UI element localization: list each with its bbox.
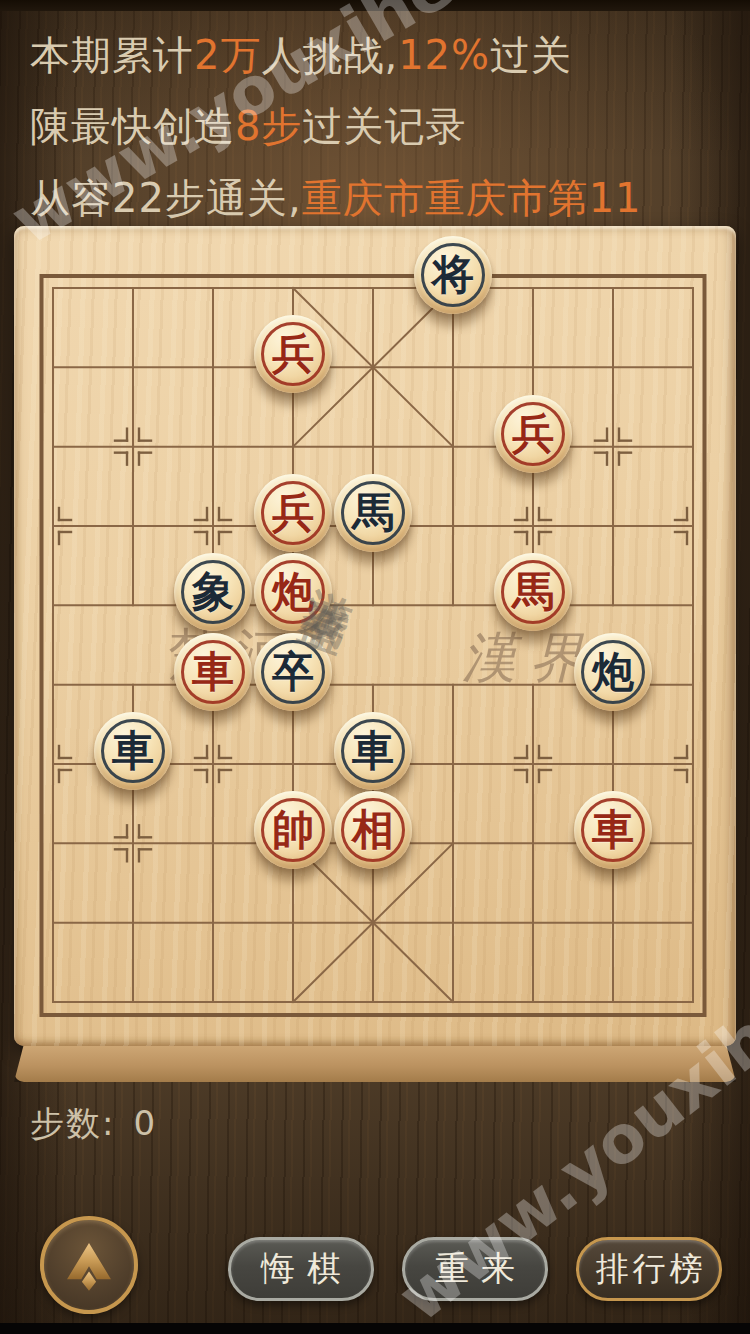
challenge-stats-line: 本期累计2万人挑战,12%过关	[30, 28, 572, 83]
piece-glyph: 車	[192, 651, 234, 693]
piece-black-horse[interactable]: 馬	[334, 474, 412, 552]
piece-red-soldier-1[interactable]: 兵	[254, 315, 332, 393]
record-stats-line: 陳最快创造8步过关记录	[30, 99, 466, 154]
piece-glyph: 相	[352, 809, 394, 851]
piece-black-elephant[interactable]: 象	[174, 553, 252, 631]
piece-glyph: 象	[192, 571, 234, 613]
piece-red-elephant[interactable]: 相	[334, 791, 412, 869]
piece-red-chariot-1[interactable]: 車	[174, 633, 252, 711]
restart-button[interactable]: 重来	[402, 1237, 548, 1301]
record-steps-highlight: 8步	[235, 103, 302, 149]
piece-red-soldier-3[interactable]: 兵	[254, 474, 332, 552]
piece-red-chariot-2[interactable]: 車	[574, 791, 652, 869]
latest-pass-line: 从容22步通关,重庆市重庆市第11	[30, 171, 642, 226]
pass-text: 从容22步通关,	[30, 175, 302, 221]
piece-glyph: 車	[112, 730, 154, 772]
piece-black-chariot-1[interactable]: 車	[94, 712, 172, 790]
piece-red-cannon[interactable]: 炮	[254, 553, 332, 631]
piece-glyph: 車	[352, 730, 394, 772]
piece-black-soldier[interactable]: 卒	[254, 633, 332, 711]
undo-button[interactable]: 悔棋	[228, 1237, 374, 1301]
move-counter-value: 0	[133, 1103, 157, 1143]
gold-arrow-button[interactable]	[40, 1216, 138, 1314]
piece-glyph: 馬	[512, 571, 554, 613]
bottom-black-bar	[0, 1323, 750, 1334]
piece-glyph: 卒	[272, 651, 314, 693]
move-counter-label: 步数:	[30, 1103, 115, 1143]
stats-count-highlight: 2万	[194, 32, 261, 78]
piece-glyph: 炮	[592, 651, 634, 693]
up-arrow-icon	[58, 1234, 120, 1296]
piece-red-general[interactable]: 帥	[254, 791, 332, 869]
piece-black-chariot-2[interactable]: 車	[334, 712, 412, 790]
record-text: 过关记录	[302, 103, 466, 149]
piece-red-soldier-2[interactable]: 兵	[494, 395, 572, 473]
stats-text: 人挑战,	[261, 32, 398, 78]
leaderboard-button[interactable]: 排行榜	[576, 1237, 722, 1301]
piece-glyph: 将	[432, 254, 474, 296]
piece-glyph: 兵	[272, 333, 314, 375]
pass-city-highlight: 重庆市重庆市第11	[302, 175, 642, 221]
piece-glyph: 車	[592, 809, 634, 851]
board-bottom-bevel	[14, 1046, 736, 1082]
piece-glyph: 馬	[352, 492, 394, 534]
stats-percent-highlight: 12%	[398, 32, 490, 78]
piece-black-general[interactable]: 将	[414, 236, 492, 314]
app-screen: 本期累计2万人挑战,12%过关 陳最快创造8步过关记录 从容22步通关,重庆市重…	[0, 0, 750, 1334]
piece-glyph: 帥	[272, 809, 314, 851]
piece-red-horse[interactable]: 馬	[494, 553, 572, 631]
stats-text: 过关	[490, 32, 572, 78]
piece-glyph: 兵	[272, 492, 314, 534]
piece-black-cannon[interactable]: 炮	[574, 633, 652, 711]
piece-glyph: 兵	[512, 413, 554, 455]
top-dark-strip	[0, 0, 750, 11]
piece-glyph: 炮	[272, 571, 314, 613]
stats-text: 本期累计	[30, 32, 194, 78]
move-counter: 步数:0	[30, 1101, 157, 1147]
record-text: 陳最快创造	[30, 103, 235, 149]
